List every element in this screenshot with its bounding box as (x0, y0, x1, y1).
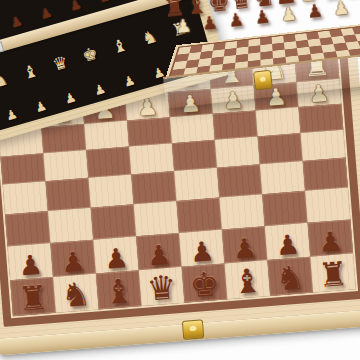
square-b5 (260, 161, 305, 194)
piece-black-pawn: ♟ (60, 247, 86, 276)
square-g8: ♞ (53, 274, 99, 313)
square-d8: ♚ (182, 263, 228, 302)
square-f8: ♝ (96, 270, 142, 309)
piece-black-knight: ♞ (274, 260, 306, 295)
lid-piece-black-pawn: ♟ (253, 7, 271, 27)
square-g4 (43, 150, 88, 181)
lid-piece-black-pawn: ♟ (306, 1, 324, 21)
stored-piece-knight: ♞ (140, 27, 159, 48)
square-c6 (219, 194, 264, 229)
lid-piece-white-pawn: ♟ (174, 16, 192, 36)
square-d7: ♟ (179, 230, 225, 267)
square-a5 (303, 158, 348, 191)
lid-piece-white-pawn: ♟ (332, 0, 350, 18)
square-g7: ♟ (50, 240, 96, 277)
lid-piece-black-pawn: ♟ (227, 10, 245, 30)
piece-black-rook: ♜ (17, 280, 49, 315)
square-f6 (91, 204, 136, 239)
square-e5 (131, 171, 176, 204)
square-g5 (45, 178, 90, 211)
square-d3 (170, 114, 215, 143)
square-c5 (217, 164, 262, 197)
square-d4 (172, 140, 217, 171)
piece-black-pawn: ♟ (317, 227, 343, 256)
square-d6 (176, 198, 221, 233)
square-h7: ♟ (7, 243, 53, 280)
stored-piece-pawn: ♟ (9, 14, 24, 30)
stored-piece-pawn: ♟ (63, 90, 78, 106)
stored-piece-king: ♚ (80, 44, 99, 65)
square-e3 (127, 117, 172, 146)
square-a4 (300, 130, 345, 161)
square-a6 (305, 187, 350, 222)
square-f5 (88, 174, 133, 207)
square-c4 (215, 136, 260, 167)
piece-black-pawn: ♟ (275, 230, 301, 259)
stored-piece-pawn: ♟ (39, 6, 54, 22)
stored-piece-queen: ♛ (50, 53, 69, 74)
stored-piece-bishop: ♝ (21, 61, 40, 82)
stored-piece-knight: ♞ (0, 70, 10, 91)
piece-black-rook: ♜ (317, 257, 349, 292)
square-h8: ♜ (10, 277, 56, 316)
stored-piece-pawn: ♟ (34, 99, 49, 115)
brass-clasp-icon (253, 70, 273, 91)
square-h5 (3, 181, 48, 214)
stored-piece-pawn: ♟ (4, 107, 19, 123)
square-c3 (213, 110, 258, 139)
piece-black-knight: ♞ (60, 277, 92, 312)
square-h6 (5, 211, 50, 246)
square-e7: ♟ (136, 233, 182, 270)
chess-set-product-photo: ♜♞♝♛♚♝♞♜♟♟♟♟♟♟♟♟♟♟♟♟♟♟♟♟♜♞♝♛♚♝♞♜ ♜♞♝♛♚♝♞… (0, 0, 360, 360)
square-e4 (129, 143, 174, 174)
square-c7: ♟ (222, 226, 268, 263)
square-g3 (41, 124, 86, 153)
square-c8: ♝ (224, 260, 270, 299)
piece-black-queen: ♛ (146, 270, 178, 305)
square-b7: ♟ (265, 223, 311, 260)
lid-piece-white-pawn: ♟ (280, 4, 298, 24)
square-b4 (258, 133, 303, 164)
square-g6 (48, 208, 93, 243)
square-b6 (262, 191, 307, 226)
stored-piece-bishop: ♝ (110, 36, 129, 57)
piece-black-bishop: ♝ (103, 274, 135, 309)
piece-black-king: ♚ (189, 267, 221, 302)
square-a8: ♜ (310, 253, 356, 292)
brass-clasp-icon (182, 319, 204, 340)
piece-black-pawn: ♟ (103, 244, 129, 273)
stored-piece-pawn: ♟ (68, 0, 83, 13)
piece-black-bishop: ♝ (231, 264, 263, 299)
stored-piece-pawn: ♟ (98, 0, 113, 5)
square-h4 (0, 153, 45, 184)
square-a7: ♟ (308, 219, 354, 256)
lid-piece-black-pawn: ♟ (201, 13, 219, 33)
piece-black-pawn: ♟ (17, 251, 43, 280)
square-b3 (256, 107, 301, 136)
square-f3 (84, 121, 129, 150)
square-d5 (174, 168, 219, 201)
square-e6 (134, 201, 179, 236)
square-f7: ♟ (93, 236, 139, 273)
piece-black-pawn: ♟ (189, 237, 215, 266)
square-b8: ♞ (267, 257, 313, 296)
piece-black-pawn: ♟ (232, 234, 258, 263)
piece-black-pawn: ♟ (146, 241, 172, 270)
stored-piece-pawn: ♟ (93, 82, 108, 98)
square-a3 (298, 104, 343, 133)
square-e8: ♛ (139, 267, 185, 306)
square-f4 (86, 147, 131, 178)
stored-piece-pawn: ♟ (122, 74, 137, 90)
